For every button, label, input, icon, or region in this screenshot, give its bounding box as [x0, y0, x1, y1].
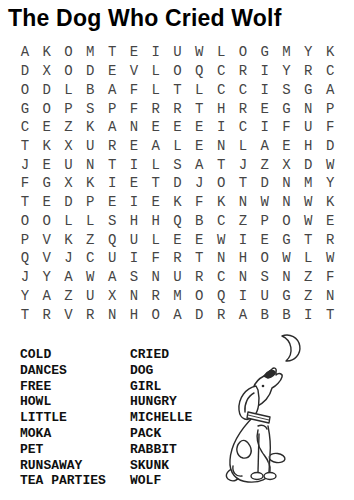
grid-cell-r12c7: F — [145, 249, 167, 268]
grid-cell-r8c9: J — [188, 174, 210, 193]
grid-cell-r14c6: N — [123, 287, 145, 306]
grid-cell-r7c5: T — [101, 155, 123, 174]
grid-cell-r7c7: L — [145, 155, 167, 174]
grid-cell-r13c4: W — [79, 268, 101, 287]
word-list-item: DANCES — [20, 363, 106, 379]
grid-cell-r11c15: R — [319, 230, 341, 249]
grid-cell-r3c13: S — [276, 80, 298, 99]
grid-cell-r8c12: D — [254, 174, 276, 193]
grid-cell-r12c10: N — [210, 249, 232, 268]
grid-cell-r5c4: K — [79, 118, 101, 137]
grid-cell-r7c13: X — [276, 155, 298, 174]
grid-cell-r2c1: D — [14, 62, 36, 81]
grid-cell-r11c5: Q — [101, 230, 123, 249]
grid-cell-r3c8: T — [167, 80, 189, 99]
word-list-item: PET — [20, 442, 106, 458]
grid-cell-r3c14: G — [297, 80, 319, 99]
grid-cell-r9c14: W — [297, 193, 319, 212]
grid-cell-r9c3: D — [58, 193, 80, 212]
grid-cell-r13c9: R — [188, 268, 210, 287]
grid-cell-r3c15: A — [319, 80, 341, 99]
grid-cell-r12c13: W — [276, 249, 298, 268]
word-list-item: RABBIT — [130, 442, 192, 458]
grid-cell-r14c1: Y — [14, 287, 36, 306]
grid-cell-r2c14: R — [297, 62, 319, 81]
grid-cell-r9c12: W — [254, 193, 276, 212]
grid-cell-r2c15: C — [319, 62, 341, 81]
word-list-item: PACK — [130, 426, 192, 442]
grid-cell-r12c6: I — [123, 249, 145, 268]
grid-cell-r4c10: H — [210, 99, 232, 118]
grid-cell-r7c4: N — [79, 155, 101, 174]
grid-cell-r15c9: D — [188, 305, 210, 324]
word-search-grid: AKOMTEIUWLOGMYKDXODEVLOQCRIYRCODLBAFLTLC… — [14, 43, 341, 324]
grid-cell-r10c11: Z — [232, 212, 254, 231]
grid-cell-r9c9: F — [188, 193, 210, 212]
grid-cell-r3c6: F — [123, 80, 145, 99]
dog-spot-3 — [258, 425, 267, 429]
grid-cell-r13c2: Y — [36, 268, 58, 287]
grid-cell-r9c6: I — [123, 193, 145, 212]
grid-cell-r12c11: H — [232, 249, 254, 268]
grid-cell-r14c7: R — [145, 287, 167, 306]
grid-cell-r6c9: E — [188, 137, 210, 156]
grid-cell-r4c6: F — [123, 99, 145, 118]
grid-cell-r12c12: O — [254, 249, 276, 268]
grid-cell-r7c3: U — [58, 155, 80, 174]
grid-cell-r1c1: A — [14, 43, 36, 62]
grid-cell-r12c5: U — [101, 249, 123, 268]
grid-cell-r7c15: W — [319, 155, 341, 174]
word-list-item: FREE — [20, 379, 106, 395]
grid-cell-r11c13: G — [276, 230, 298, 249]
grid-cell-r1c12: G — [254, 43, 276, 62]
grid-cell-r14c10: Q — [210, 287, 232, 306]
grid-cell-r4c7: R — [145, 99, 167, 118]
grid-cell-r9c13: N — [276, 193, 298, 212]
grid-cell-r10c1: O — [14, 212, 36, 231]
grid-cell-r5c12: I — [254, 118, 276, 137]
word-list-item: SKUNK — [130, 458, 192, 474]
grid-cell-r6c7: A — [145, 137, 167, 156]
grid-cell-r15c1: T — [14, 305, 36, 324]
grid-cell-r9c11: N — [232, 193, 254, 212]
grid-cell-r2c8: O — [167, 62, 189, 81]
grid-cell-r11c8: E — [167, 230, 189, 249]
grid-cell-r6c13: E — [276, 137, 298, 156]
grid-cell-r11c12: E — [254, 230, 276, 249]
grid-cell-r13c5: A — [101, 268, 123, 287]
word-list-item: WOLF — [130, 473, 192, 489]
grid-cell-r8c15: Y — [319, 174, 341, 193]
grid-cell-r2c10: C — [210, 62, 232, 81]
grid-cell-r15c14: I — [297, 305, 319, 324]
grid-cell-r1c7: I — [145, 43, 167, 62]
page-title: The Dog Who Cried Wolf — [8, 5, 282, 32]
grid-cell-r10c4: L — [79, 212, 101, 231]
grid-cell-r5c2: E — [36, 118, 58, 137]
grid-cell-r10c10: C — [210, 212, 232, 231]
word-list-item: HUNGRY — [130, 394, 192, 410]
grid-cell-r15c8: A — [167, 305, 189, 324]
word-list-item: TEA PARTIES — [20, 473, 106, 489]
grid-cell-r8c11: T — [232, 174, 254, 193]
grid-cell-r3c10: C — [210, 80, 232, 99]
grid-cell-r15c10: R — [210, 305, 232, 324]
word-list-item: HOWL — [20, 394, 106, 410]
grid-cell-r6c14: H — [297, 137, 319, 156]
grid-cell-r5c14: U — [297, 118, 319, 137]
grid-cell-r12c15: W — [319, 249, 341, 268]
grid-cell-r3c7: L — [145, 80, 167, 99]
grid-cell-r7c14: D — [297, 155, 319, 174]
grid-cell-r5c13: F — [276, 118, 298, 137]
grid-cell-r12c2: V — [36, 249, 58, 268]
word-list-item: GIRL — [130, 379, 192, 395]
grid-cell-r4c12: E — [254, 99, 276, 118]
grid-cell-r14c3: Z — [58, 287, 80, 306]
grid-cell-r14c13: G — [276, 287, 298, 306]
grid-cell-r3c11: C — [232, 80, 254, 99]
grid-cell-r8c7: T — [145, 174, 167, 193]
grid-cell-r13c8: U — [167, 268, 189, 287]
grid-cell-r4c14: N — [297, 99, 319, 118]
grid-cell-r5c15: F — [319, 118, 341, 137]
grid-cell-r1c3: O — [58, 43, 80, 62]
grid-cell-r8c8: D — [167, 174, 189, 193]
grid-cell-r4c1: G — [14, 99, 36, 118]
grid-cell-r9c10: K — [210, 193, 232, 212]
word-list-item: COLD — [20, 347, 106, 363]
grid-cell-r7c10: T — [210, 155, 232, 174]
grid-cell-r6c1: T — [14, 137, 36, 156]
grid-cell-r2c11: R — [232, 62, 254, 81]
grid-cell-r15c2: R — [36, 305, 58, 324]
grid-cell-r11c1: P — [14, 230, 36, 249]
grid-cell-r6c11: L — [232, 137, 254, 156]
grid-cell-r13c3: A — [58, 268, 80, 287]
grid-cell-r4c3: P — [58, 99, 80, 118]
grid-cell-r5c6: N — [123, 118, 145, 137]
grid-cell-r15c12: B — [254, 305, 276, 324]
grid-cell-r15c4: R — [79, 305, 101, 324]
dog-front-paw-right — [264, 473, 276, 480]
grid-cell-r5c8: E — [167, 118, 189, 137]
dog-front-leg-front — [258, 434, 259, 472]
word-list-item: MOKA — [20, 426, 106, 442]
grid-cell-r3c3: L — [58, 80, 80, 99]
grid-cell-r11c2: V — [36, 230, 58, 249]
grid-cell-r10c15: E — [319, 212, 341, 231]
grid-cell-r1c5: T — [101, 43, 123, 62]
grid-cell-r9c1: T — [14, 193, 36, 212]
grid-cell-r4c4: S — [79, 99, 101, 118]
grid-cell-r3c9: L — [188, 80, 210, 99]
dog-howling-at-moon-illustration — [224, 330, 350, 498]
grid-cell-r6c8: L — [167, 137, 189, 156]
grid-cell-r10c6: H — [123, 212, 145, 231]
grid-cell-r4c11: R — [232, 99, 254, 118]
grid-cell-r10c7: H — [145, 212, 167, 231]
grid-cell-r1c4: M — [79, 43, 101, 62]
grid-cell-r5c7: E — [145, 118, 167, 137]
grid-cell-r13c6: S — [123, 268, 145, 287]
grid-cell-r2c2: X — [36, 62, 58, 81]
grid-cell-r12c9: T — [188, 249, 210, 268]
word-list-item: RUNSAWAY — [20, 458, 106, 474]
grid-cell-r5c1: C — [14, 118, 36, 137]
grid-cell-r7c2: E — [36, 155, 58, 174]
grid-cell-r7c8: S — [167, 155, 189, 174]
grid-cell-r3c2: D — [36, 80, 58, 99]
grid-cell-r2c7: L — [145, 62, 167, 81]
grid-cell-r5c10: I — [210, 118, 232, 137]
grid-cell-r9c8: K — [167, 193, 189, 212]
grid-cell-r10c14: W — [297, 212, 319, 231]
grid-cell-r14c5: X — [101, 287, 123, 306]
grid-cell-r1c11: O — [232, 43, 254, 62]
grid-cell-r2c9: Q — [188, 62, 210, 81]
grid-cell-r2c13: Y — [276, 62, 298, 81]
word-list-column-2: CRIEDDOGGIRLHUNGRYMICHELLEPACKRABBITSKUN… — [130, 347, 192, 489]
word-list-item: CRIED — [130, 347, 192, 363]
grid-cell-r8c3: X — [58, 174, 80, 193]
grid-cell-r11c9: E — [188, 230, 210, 249]
grid-cell-r13c10: C — [210, 268, 232, 287]
grid-cell-r9c5: E — [101, 193, 123, 212]
grid-cell-r14c12: U — [254, 287, 276, 306]
grid-cell-r11c4: Z — [79, 230, 101, 249]
grid-cell-r3c1: O — [14, 80, 36, 99]
grid-cell-r14c4: U — [79, 287, 101, 306]
word-list-column-1: COLDDANCESFREEHOWLLITTLEMOKAPETRUNSAWAYT… — [20, 347, 106, 489]
grid-cell-r8c10: O — [210, 174, 232, 193]
grid-cell-r11c3: K — [58, 230, 80, 249]
grid-cell-r12c14: L — [297, 249, 319, 268]
grid-cell-r8c2: G — [36, 174, 58, 193]
grid-cell-r5c5: A — [101, 118, 123, 137]
grid-cell-r1c13: M — [276, 43, 298, 62]
grid-cell-r4c2: O — [36, 99, 58, 118]
grid-cell-r9c2: E — [36, 193, 58, 212]
grid-cell-r8c14: M — [297, 174, 319, 193]
grid-cell-r9c7: E — [145, 193, 167, 212]
grid-cell-r5c3: Z — [58, 118, 80, 137]
grid-cell-r10c8: Q — [167, 212, 189, 231]
grid-cell-r3c4: B — [79, 80, 101, 99]
grid-cell-r15c6: H — [123, 305, 145, 324]
grid-cell-r10c12: P — [254, 212, 276, 231]
grid-cell-r13c12: S — [254, 268, 276, 287]
dog-illustration — [226, 368, 285, 482]
grid-cell-r14c15: N — [319, 287, 341, 306]
grid-cell-r2c5: E — [101, 62, 123, 81]
dog-front-paw-left — [251, 473, 263, 480]
grid-cell-r8c13: N — [276, 174, 298, 193]
grid-cell-r6c4: U — [79, 137, 101, 156]
grid-cell-r15c11: A — [232, 305, 254, 324]
dog-hind-paw — [268, 452, 285, 463]
grid-cell-r6c3: X — [58, 137, 80, 156]
grid-cell-r12c4: C — [79, 249, 101, 268]
grid-cell-r1c15: K — [319, 43, 341, 62]
grid-cell-r15c13: B — [276, 305, 298, 324]
grid-cell-r7c12: Z — [254, 155, 276, 174]
grid-cell-r3c5: A — [101, 80, 123, 99]
dog-eye — [262, 385, 265, 388]
grid-cell-r8c4: K — [79, 174, 101, 193]
grid-cell-r2c4: D — [79, 62, 101, 81]
grid-cell-r13c1: J — [14, 268, 36, 287]
crescent-moon-icon — [282, 335, 300, 361]
grid-cell-r6c5: R — [101, 137, 123, 156]
grid-cell-r6c2: K — [36, 137, 58, 156]
grid-cell-r14c2: A — [36, 287, 58, 306]
grid-cell-r1c9: W — [188, 43, 210, 62]
grid-cell-r4c8: R — [167, 99, 189, 118]
word-list-item: LITTLE — [20, 410, 106, 426]
grid-cell-r1c8: U — [167, 43, 189, 62]
grid-cell-r9c4: P — [79, 193, 101, 212]
grid-cell-r10c2: O — [36, 212, 58, 231]
grid-cell-r15c15: T — [319, 305, 341, 324]
grid-cell-r11c11: I — [232, 230, 254, 249]
grid-cell-r5c9: E — [188, 118, 210, 137]
grid-cell-r10c13: O — [276, 212, 298, 231]
grid-cell-r8c1: F — [14, 174, 36, 193]
grid-cell-r2c12: I — [254, 62, 276, 81]
grid-cell-r13c14: Z — [297, 268, 319, 287]
grid-cell-r2c6: V — [123, 62, 145, 81]
grid-cell-r4c13: G — [276, 99, 298, 118]
grid-cell-r15c3: V — [58, 305, 80, 324]
grid-cell-r4c15: P — [319, 99, 341, 118]
grid-cell-r7c9: A — [188, 155, 210, 174]
grid-cell-r4c9: T — [188, 99, 210, 118]
grid-cell-r1c6: E — [123, 43, 145, 62]
grid-cell-r5c11: C — [232, 118, 254, 137]
grid-cell-r11c10: W — [210, 230, 232, 249]
grid-cell-r13c7: N — [145, 268, 167, 287]
grid-cell-r6c10: N — [210, 137, 232, 156]
word-list-item: DOG — [130, 363, 192, 379]
grid-cell-r11c7: L — [145, 230, 167, 249]
grid-cell-r14c14: Z — [297, 287, 319, 306]
grid-cell-r6c15: D — [319, 137, 341, 156]
grid-cell-r1c2: K — [36, 43, 58, 62]
grid-cell-r3c12: I — [254, 80, 276, 99]
grid-cell-r13c13: N — [276, 268, 298, 287]
grid-cell-r14c9: O — [188, 287, 210, 306]
grid-cell-r10c3: L — [58, 212, 80, 231]
grid-cell-r12c8: R — [167, 249, 189, 268]
grid-cell-r6c12: A — [254, 137, 276, 156]
grid-cell-r4c5: P — [101, 99, 123, 118]
grid-cell-r12c3: J — [58, 249, 80, 268]
grid-cell-r15c5: N — [101, 305, 123, 324]
grid-cell-r7c1: J — [14, 155, 36, 174]
grid-cell-r10c5: S — [101, 212, 123, 231]
grid-cell-r1c14: Y — [297, 43, 319, 62]
grid-cell-r9c15: K — [319, 193, 341, 212]
grid-cell-r14c8: M — [167, 287, 189, 306]
grid-cell-r2c3: O — [58, 62, 80, 81]
grid-cell-r1c10: L — [210, 43, 232, 62]
grid-cell-r7c11: J — [232, 155, 254, 174]
grid-cell-r13c15: F — [319, 268, 341, 287]
grid-cell-r12c1: Q — [14, 249, 36, 268]
grid-cell-r8c5: I — [101, 174, 123, 193]
grid-cell-r11c14: T — [297, 230, 319, 249]
grid-cell-r8c6: E — [123, 174, 145, 193]
word-list-item: MICHELLE — [130, 410, 192, 426]
grid-cell-r14c11: I — [232, 287, 254, 306]
grid-cell-r15c7: O — [145, 305, 167, 324]
grid-cell-r11c6: U — [123, 230, 145, 249]
grid-cell-r13c11: N — [232, 268, 254, 287]
grid-cell-r6c6: E — [123, 137, 145, 156]
grid-cell-r10c9: B — [188, 212, 210, 231]
grid-cell-r7c6: I — [123, 155, 145, 174]
